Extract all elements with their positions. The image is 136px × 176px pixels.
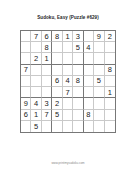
cell-r7c2-given: 4 bbox=[31, 98, 41, 109]
cell-r4c5-empty bbox=[63, 65, 73, 76]
cell-r5c5-given: 4 bbox=[63, 76, 73, 87]
cell-r1c5-given: 1 bbox=[63, 31, 73, 42]
puzzle-title: Sudoku, Easy (Puzzle #629) bbox=[0, 15, 136, 21]
cell-r8c6-empty bbox=[73, 110, 83, 121]
cell-r7c9-empty bbox=[105, 98, 115, 109]
cell-r6c8-empty bbox=[94, 87, 104, 98]
cell-r3c4-empty bbox=[52, 53, 62, 64]
cell-r7c7-empty bbox=[84, 98, 94, 109]
cell-r6c2-empty bbox=[31, 87, 41, 98]
sudoku-board: 768139285421786485719432617585 bbox=[20, 30, 116, 133]
cell-r3c8-empty bbox=[94, 53, 104, 64]
cell-r1c8-given: 9 bbox=[94, 31, 104, 42]
cell-r7c5-empty bbox=[63, 98, 73, 109]
cell-r7c6-empty bbox=[73, 98, 83, 109]
cell-r5c6-given: 8 bbox=[73, 76, 83, 87]
cell-r4c7-empty bbox=[84, 65, 94, 76]
cell-r2c1-empty bbox=[21, 42, 31, 53]
cell-r1c1-empty bbox=[21, 31, 31, 42]
cell-r3c5-empty bbox=[63, 53, 73, 64]
cell-r9c3-empty bbox=[42, 121, 52, 132]
cell-r7c3-given: 3 bbox=[42, 98, 52, 109]
cell-r8c1-given: 6 bbox=[21, 110, 31, 121]
cell-r2c3-given: 8 bbox=[42, 42, 52, 53]
footer-url: www.printmysudoku.com bbox=[0, 161, 136, 165]
cell-r8c2-given: 1 bbox=[31, 110, 41, 121]
cell-r6c1-empty bbox=[21, 87, 31, 98]
cell-r6c7-empty bbox=[84, 87, 94, 98]
cell-r2c7-given: 4 bbox=[84, 42, 94, 53]
cell-r5c8-given: 5 bbox=[94, 76, 104, 87]
cell-r7c4-given: 2 bbox=[52, 98, 62, 109]
cell-r2c9-empty bbox=[105, 42, 115, 53]
cell-r8c8-empty bbox=[94, 110, 104, 121]
cell-r9c9-empty bbox=[105, 121, 115, 132]
cell-r8c3-given: 7 bbox=[42, 110, 52, 121]
cell-r9c2-given: 5 bbox=[31, 121, 41, 132]
cell-r3c3-given: 1 bbox=[42, 53, 52, 64]
cell-r4c2-empty bbox=[31, 65, 41, 76]
cell-r5c2-empty bbox=[31, 76, 41, 87]
cell-r1c4-given: 8 bbox=[52, 31, 62, 42]
cell-r3c6-empty bbox=[73, 53, 83, 64]
cell-r3c2-given: 2 bbox=[31, 53, 41, 64]
cell-r5c1-empty bbox=[21, 76, 31, 87]
cell-r9c1-empty bbox=[21, 121, 31, 132]
cell-r8c5-empty bbox=[63, 110, 73, 121]
cell-r8c9-empty bbox=[105, 110, 115, 121]
cell-r4c8-empty bbox=[94, 65, 104, 76]
cell-r2c5-empty bbox=[63, 42, 73, 53]
cell-r3c9-empty bbox=[105, 53, 115, 64]
sudoku-page: Sudoku, Easy (Puzzle #629) 7681392854217… bbox=[0, 0, 136, 176]
cell-r2c2-empty bbox=[31, 42, 41, 53]
cell-r1c3-given: 6 bbox=[42, 31, 52, 42]
cell-r7c8-empty bbox=[94, 98, 104, 109]
cell-r2c4-empty bbox=[52, 42, 62, 53]
cell-r5c9-empty bbox=[105, 76, 115, 87]
cell-r4c1-given: 7 bbox=[21, 65, 31, 76]
cell-r1c2-given: 7 bbox=[31, 31, 41, 42]
cell-r5c7-empty bbox=[84, 76, 94, 87]
cell-r4c9-given: 8 bbox=[105, 65, 115, 76]
cell-r4c3-empty bbox=[42, 65, 52, 76]
cell-r2c8-empty bbox=[94, 42, 104, 53]
cell-r9c4-empty bbox=[52, 121, 62, 132]
cell-r8c7-given: 8 bbox=[84, 110, 94, 121]
cell-r3c1-empty bbox=[21, 53, 31, 64]
cell-r4c4-empty bbox=[52, 65, 62, 76]
cell-r5c4-given: 6 bbox=[52, 76, 62, 87]
cell-r1c6-given: 3 bbox=[73, 31, 83, 42]
cell-r5c3-empty bbox=[42, 76, 52, 87]
cell-r6c3-empty bbox=[42, 87, 52, 98]
cell-r1c7-empty bbox=[84, 31, 94, 42]
cell-r6c5-given: 7 bbox=[63, 87, 73, 98]
cell-r4c6-empty bbox=[73, 65, 83, 76]
cell-r6c9-given: 1 bbox=[105, 87, 115, 98]
cell-r9c8-empty bbox=[94, 121, 104, 132]
cell-r8c4-given: 5 bbox=[52, 110, 62, 121]
cell-r6c4-empty bbox=[52, 87, 62, 98]
cell-r2c6-given: 5 bbox=[73, 42, 83, 53]
cell-r9c6-empty bbox=[73, 121, 83, 132]
cell-r9c5-empty bbox=[63, 121, 73, 132]
cell-r6c6-empty bbox=[73, 87, 83, 98]
cell-r1c9-given: 2 bbox=[105, 31, 115, 42]
cell-r3c7-empty bbox=[84, 53, 94, 64]
cell-r7c1-given: 9 bbox=[21, 98, 31, 109]
cell-r9c7-empty bbox=[84, 121, 94, 132]
